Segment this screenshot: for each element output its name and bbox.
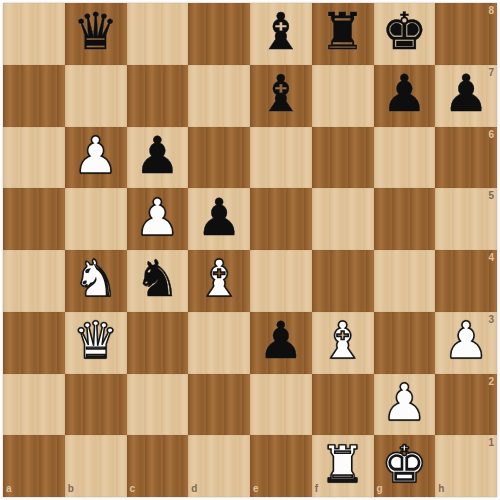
square-h3[interactable]: ♟3	[435, 312, 497, 374]
square-h5[interactable]: 5	[435, 188, 497, 250]
square-h1[interactable]: 1h	[435, 435, 497, 497]
black-pawn-c6[interactable]: ♟	[135, 130, 181, 181]
rank-label-1: 1	[488, 438, 494, 448]
black-bishop-e8[interactable]: ♝	[258, 6, 304, 57]
square-g8[interactable]: ♚	[374, 3, 436, 65]
square-g3[interactable]	[374, 312, 436, 374]
square-h4[interactable]: 4	[435, 250, 497, 312]
square-b5[interactable]	[65, 188, 127, 250]
square-a3[interactable]	[3, 312, 65, 374]
rank-label-4: 4	[488, 253, 494, 263]
black-bishop-e7[interactable]: ♝	[258, 68, 304, 119]
square-d4[interactable]: ♝	[188, 250, 250, 312]
square-g1[interactable]: ♚g	[374, 435, 436, 497]
black-pawn-d5[interactable]: ♟	[196, 192, 242, 243]
square-e7[interactable]: ♝	[250, 65, 312, 127]
square-g2[interactable]: ♟	[374, 374, 436, 436]
square-d1[interactable]: d	[188, 435, 250, 497]
white-pawn-h3[interactable]: ♟	[443, 315, 489, 366]
black-pawn-g7[interactable]: ♟	[382, 68, 428, 119]
square-c1[interactable]: c	[127, 435, 189, 497]
white-pawn-b6[interactable]: ♟	[73, 130, 119, 181]
rank-label-8: 8	[488, 6, 494, 16]
black-rook-f8[interactable]: ♜	[320, 6, 366, 57]
square-b2[interactable]	[65, 374, 127, 436]
square-f3[interactable]: ♝	[312, 312, 374, 374]
square-d5[interactable]: ♟	[188, 188, 250, 250]
rank-label-5: 5	[488, 191, 494, 201]
file-label-f: f	[315, 484, 318, 494]
white-pawn-g2[interactable]: ♟	[382, 377, 428, 428]
black-queen-b8[interactable]: ♛	[73, 6, 119, 57]
square-e8[interactable]: ♝	[250, 3, 312, 65]
square-f5[interactable]	[312, 188, 374, 250]
square-b4[interactable]: ♞	[65, 250, 127, 312]
square-c8[interactable]	[127, 3, 189, 65]
square-a6[interactable]	[3, 127, 65, 189]
square-f6[interactable]	[312, 127, 374, 189]
square-e3[interactable]: ♟	[250, 312, 312, 374]
square-c6[interactable]: ♟	[127, 127, 189, 189]
square-d8[interactable]	[188, 3, 250, 65]
file-label-b: b	[68, 484, 74, 494]
square-e5[interactable]	[250, 188, 312, 250]
square-b7[interactable]	[65, 65, 127, 127]
square-f7[interactable]	[312, 65, 374, 127]
square-h8[interactable]: 8	[435, 3, 497, 65]
square-h6[interactable]: 6	[435, 127, 497, 189]
square-f4[interactable]	[312, 250, 374, 312]
square-b3[interactable]: ♛	[65, 312, 127, 374]
black-king-g8[interactable]: ♚	[382, 6, 428, 57]
square-g7[interactable]: ♟	[374, 65, 436, 127]
square-c3[interactable]	[127, 312, 189, 374]
white-knight-b4[interactable]: ♞	[73, 253, 119, 304]
square-a7[interactable]	[3, 65, 65, 127]
square-h2[interactable]: 2	[435, 374, 497, 436]
square-a2[interactable]	[3, 374, 65, 436]
file-label-d: d	[191, 484, 197, 494]
black-knight-c4[interactable]: ♞	[135, 253, 181, 304]
square-b6[interactable]: ♟	[65, 127, 127, 189]
page-background: ♛♝♜♚8♝♟♟7♟♟6♟♟5♞♞♝4♛♟♝♟3♟2abcde♜f♚g1h	[0, 0, 500, 500]
square-d3[interactable]	[188, 312, 250, 374]
square-a8[interactable]	[3, 3, 65, 65]
square-g5[interactable]	[374, 188, 436, 250]
black-pawn-e3[interactable]: ♟	[258, 315, 304, 366]
square-f2[interactable]	[312, 374, 374, 436]
file-label-h: h	[438, 484, 444, 494]
square-b1[interactable]: b	[65, 435, 127, 497]
square-d7[interactable]	[188, 65, 250, 127]
square-e6[interactable]	[250, 127, 312, 189]
square-e2[interactable]	[250, 374, 312, 436]
square-f1[interactable]: ♜f	[312, 435, 374, 497]
square-e4[interactable]	[250, 250, 312, 312]
white-queen-b3[interactable]: ♛	[73, 315, 119, 366]
file-label-c: c	[130, 484, 136, 494]
rank-label-2: 2	[488, 377, 494, 387]
white-king-g1[interactable]: ♚	[382, 439, 428, 490]
square-f8[interactable]: ♜	[312, 3, 374, 65]
square-c7[interactable]	[127, 65, 189, 127]
square-d2[interactable]	[188, 374, 250, 436]
square-g4[interactable]	[374, 250, 436, 312]
square-e1[interactable]: e	[250, 435, 312, 497]
square-c4[interactable]: ♞	[127, 250, 189, 312]
file-label-g: g	[377, 484, 383, 494]
black-pawn-h7[interactable]: ♟	[443, 68, 489, 119]
square-b8[interactable]: ♛	[65, 3, 127, 65]
file-label-e: e	[253, 484, 259, 494]
square-a1[interactable]: a	[3, 435, 65, 497]
square-c5[interactable]: ♟	[127, 188, 189, 250]
white-rook-f1[interactable]: ♜	[320, 439, 366, 490]
square-c2[interactable]	[127, 374, 189, 436]
rank-label-6: 6	[488, 130, 494, 140]
square-h7[interactable]: ♟7	[435, 65, 497, 127]
white-pawn-c5[interactable]: ♟	[135, 192, 181, 243]
white-bishop-d4[interactable]: ♝	[196, 253, 242, 304]
square-a4[interactable]	[3, 250, 65, 312]
file-label-a: a	[6, 484, 12, 494]
rank-label-3: 3	[488, 315, 494, 325]
chess-board: ♛♝♜♚8♝♟♟7♟♟6♟♟5♞♞♝4♛♟♝♟3♟2abcde♜f♚g1h	[3, 3, 497, 497]
square-g6[interactable]	[374, 127, 436, 189]
rank-label-7: 7	[488, 68, 494, 78]
white-bishop-f3[interactable]: ♝	[320, 315, 366, 366]
square-d6[interactable]	[188, 127, 250, 189]
square-a5[interactable]	[3, 188, 65, 250]
